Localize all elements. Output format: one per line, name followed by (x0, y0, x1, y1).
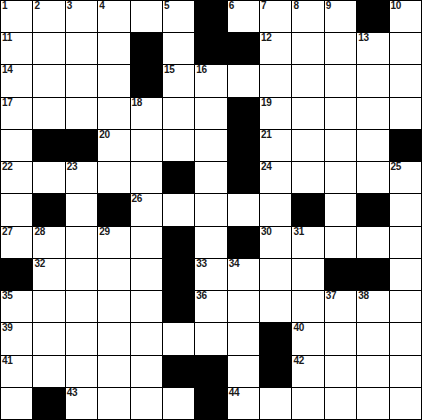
cell-r3c3[interactable] (66, 65, 97, 96)
cell-r12c5[interactable] (131, 356, 162, 387)
cell-r7c3[interactable] (66, 194, 97, 225)
cell-r6c11[interactable] (325, 162, 356, 193)
cell-r11c13[interactable] (390, 323, 421, 354)
clue-number-27: 27 (2, 226, 13, 238)
cell-r10c2[interactable] (33, 291, 64, 322)
cell-r6c1[interactable]: 22 (1, 162, 32, 193)
black-cell-r2c7 (195, 33, 226, 64)
cell-r6c9[interactable]: 24 (260, 162, 291, 193)
cell-r4c5[interactable]: 18 (131, 98, 162, 129)
black-cell-r5c13 (390, 130, 421, 161)
cell-r12c4[interactable] (98, 356, 129, 387)
cell-r2c3[interactable] (66, 33, 97, 64)
cell-r5c10[interactable] (292, 130, 323, 161)
cell-r9c10[interactable] (292, 259, 323, 290)
black-cell-r7c12 (357, 194, 388, 225)
black-cell-r8c8 (228, 227, 259, 258)
cell-r1c6[interactable]: 5 (163, 1, 194, 32)
cell-r8c3[interactable] (66, 227, 97, 258)
clue-number-41: 41 (2, 355, 13, 367)
cell-r11c3[interactable] (66, 323, 97, 354)
cell-r1c4[interactable]: 4 (98, 1, 129, 32)
cell-r1c5[interactable] (131, 1, 162, 32)
black-cell-r9c12 (357, 259, 388, 290)
cell-r5c11[interactable] (325, 130, 356, 161)
cell-r8c7[interactable] (195, 227, 226, 258)
black-cell-r2c5 (131, 33, 162, 64)
cell-r10c13[interactable] (390, 291, 421, 322)
clue-number-37: 37 (326, 290, 337, 302)
cell-r12c3[interactable] (66, 356, 97, 387)
cell-r11c1[interactable]: 39 (1, 323, 32, 354)
clue-number-23: 23 (67, 161, 78, 173)
black-cell-r12c6 (163, 356, 194, 387)
cell-r2c4[interactable] (98, 33, 129, 64)
clue-number-7: 7 (261, 0, 266, 12)
cell-r13c11[interactable] (325, 388, 356, 419)
cell-r11c2[interactable] (33, 323, 64, 354)
cell-r11c10[interactable]: 40 (292, 323, 323, 354)
cell-r12c8[interactable] (228, 356, 259, 387)
clue-number-39: 39 (2, 322, 13, 334)
clue-number-44: 44 (229, 387, 240, 399)
cell-r2c11[interactable] (325, 33, 356, 64)
cell-r13c10[interactable] (292, 388, 323, 419)
crossword-grid: 1234567891011121314151617181920212223242… (0, 0, 422, 420)
clue-number-40: 40 (293, 322, 304, 334)
black-cell-r11c9 (260, 323, 291, 354)
black-cell-r6c6 (163, 162, 194, 193)
cell-r2c2[interactable] (33, 33, 64, 64)
black-cell-r13c2 (33, 388, 64, 419)
black-cell-r1c7 (195, 1, 226, 32)
clue-number-16: 16 (196, 64, 207, 76)
black-cell-r8c6 (163, 227, 194, 258)
clue-number-21: 21 (261, 129, 272, 141)
cell-r11c5[interactable] (131, 323, 162, 354)
cell-r1c10[interactable]: 8 (292, 1, 323, 32)
clue-number-14: 14 (2, 64, 13, 76)
cell-r3c4[interactable] (98, 65, 129, 96)
clue-number-29: 29 (99, 226, 110, 238)
cell-r8c13[interactable] (390, 227, 421, 258)
clue-number-31: 31 (293, 226, 304, 238)
cell-r6c5[interactable] (131, 162, 162, 193)
black-cell-r5c2 (33, 130, 64, 161)
cell-r1c9[interactable]: 7 (260, 1, 291, 32)
cell-r7c8[interactable] (228, 194, 259, 225)
cell-r11c12[interactable] (357, 323, 388, 354)
cell-r4c1[interactable]: 17 (1, 98, 32, 129)
cell-r3c2[interactable] (33, 65, 64, 96)
black-cell-r7c4 (98, 194, 129, 225)
cell-r13c1[interactable] (1, 388, 32, 419)
cell-r2c9[interactable]: 12 (260, 33, 291, 64)
cell-r7c9[interactable] (260, 194, 291, 225)
cell-r8c1[interactable]: 27 (1, 227, 32, 258)
cell-r8c4[interactable]: 29 (98, 227, 129, 258)
clue-number-33: 33 (196, 258, 207, 270)
cell-r4c11[interactable] (325, 98, 356, 129)
cell-r6c2[interactable] (33, 162, 64, 193)
cell-r10c8[interactable] (228, 291, 259, 322)
clue-number-43: 43 (67, 387, 78, 399)
cell-r5c12[interactable] (357, 130, 388, 161)
cell-r9c5[interactable] (131, 259, 162, 290)
cell-r4c2[interactable] (33, 98, 64, 129)
clue-number-19: 19 (261, 97, 272, 109)
black-cell-r2c8 (228, 33, 259, 64)
clue-number-8: 8 (293, 0, 298, 12)
black-cell-r4c8 (228, 98, 259, 129)
cell-r5c1[interactable] (1, 130, 32, 161)
cell-r3c12[interactable] (357, 65, 388, 96)
black-cell-r12c9 (260, 356, 291, 387)
black-cell-r7c10 (292, 194, 323, 225)
cell-r4c10[interactable] (292, 98, 323, 129)
cell-r11c7[interactable] (195, 323, 226, 354)
cell-r3c7[interactable]: 16 (195, 65, 226, 96)
cell-r10c3[interactable] (66, 291, 97, 322)
cell-r6c4[interactable] (98, 162, 129, 193)
cell-r4c3[interactable] (66, 98, 97, 129)
clue-number-30: 30 (261, 226, 272, 238)
cell-r7c5[interactable]: 26 (131, 194, 162, 225)
cell-r3c10[interactable] (292, 65, 323, 96)
black-cell-r5c8 (228, 130, 259, 161)
clue-number-25: 25 (391, 161, 402, 173)
cell-r3c8[interactable] (228, 65, 259, 96)
cell-r8c11[interactable] (325, 227, 356, 258)
clue-number-26: 26 (132, 193, 143, 205)
clue-number-13: 13 (358, 32, 369, 44)
cell-r13c6[interactable] (163, 388, 194, 419)
cell-r2c13[interactable] (390, 33, 421, 64)
cell-r13c13[interactable] (390, 388, 421, 419)
cell-r6c13[interactable]: 25 (390, 162, 421, 193)
cell-r3c11[interactable] (325, 65, 356, 96)
cell-r13c4[interactable] (98, 388, 129, 419)
clue-number-1: 1 (2, 0, 7, 12)
cell-r9c4[interactable] (98, 259, 129, 290)
black-cell-r9c6 (163, 259, 194, 290)
cell-r4c12[interactable] (357, 98, 388, 129)
cell-r4c9[interactable]: 19 (260, 98, 291, 129)
cell-r3c6[interactable]: 15 (163, 65, 194, 96)
cell-r10c7[interactable]: 36 (195, 291, 226, 322)
clue-number-22: 22 (2, 161, 13, 173)
cell-r1c13[interactable]: 10 (390, 1, 421, 32)
black-cell-r3c5 (131, 65, 162, 96)
cell-r2c1[interactable]: 11 (1, 33, 32, 64)
cell-r12c1[interactable]: 41 (1, 356, 32, 387)
cell-r13c3[interactable]: 43 (66, 388, 97, 419)
black-cell-r9c1 (1, 259, 32, 290)
cell-r7c1[interactable] (1, 194, 32, 225)
clue-number-9: 9 (326, 0, 331, 12)
clue-number-17: 17 (2, 97, 13, 109)
cell-r5c7[interactable] (195, 130, 226, 161)
cell-r3c13[interactable] (390, 65, 421, 96)
cell-r10c10[interactable] (292, 291, 323, 322)
cell-r8c10[interactable]: 31 (292, 227, 323, 258)
cell-r9c9[interactable] (260, 259, 291, 290)
cell-r12c10[interactable]: 42 (292, 356, 323, 387)
cell-r6c10[interactable] (292, 162, 323, 193)
cell-r8c9[interactable]: 30 (260, 227, 291, 258)
cell-r6c7[interactable] (195, 162, 226, 193)
clue-number-10: 10 (391, 0, 402, 12)
cell-r1c11[interactable]: 9 (325, 1, 356, 32)
cell-r6c3[interactable]: 23 (66, 162, 97, 193)
cell-r11c4[interactable] (98, 323, 129, 354)
clue-number-11: 11 (2, 32, 12, 44)
cell-r11c11[interactable] (325, 323, 356, 354)
clue-number-6: 6 (229, 0, 234, 12)
cell-r13c8[interactable]: 44 (228, 388, 259, 419)
clue-number-18: 18 (132, 97, 143, 109)
black-cell-r6c8 (228, 162, 259, 193)
cell-r4c7[interactable] (195, 98, 226, 129)
black-cell-r5c3 (66, 130, 97, 161)
cell-r10c9[interactable] (260, 291, 291, 322)
cell-r7c7[interactable] (195, 194, 226, 225)
cell-r4c6[interactable] (163, 98, 194, 129)
cell-r9c7[interactable]: 33 (195, 259, 226, 290)
cell-r9c8[interactable]: 34 (228, 259, 259, 290)
cell-r3c9[interactable] (260, 65, 291, 96)
clue-number-36: 36 (196, 290, 207, 302)
cell-r6c12[interactable] (357, 162, 388, 193)
clue-number-38: 38 (358, 290, 369, 302)
cell-r8c5[interactable] (131, 227, 162, 258)
cell-r7c6[interactable] (163, 194, 194, 225)
cell-r1c1[interactable]: 1 (1, 1, 32, 32)
cell-r13c5[interactable] (131, 388, 162, 419)
cell-r10c5[interactable] (131, 291, 162, 322)
clue-number-3: 3 (67, 0, 72, 12)
black-cell-r9c11 (325, 259, 356, 290)
clue-number-15: 15 (164, 64, 175, 76)
cell-r7c11[interactable] (325, 194, 356, 225)
cell-r10c12[interactable]: 38 (357, 291, 388, 322)
cell-r3c1[interactable]: 14 (1, 65, 32, 96)
black-cell-r13c7 (195, 388, 226, 419)
cell-r1c8[interactable]: 6 (228, 1, 259, 32)
cell-r10c4[interactable] (98, 291, 129, 322)
clue-number-4: 4 (99, 0, 104, 12)
clue-number-32: 32 (34, 258, 45, 270)
cell-r2c10[interactable] (292, 33, 323, 64)
cell-r12c11[interactable] (325, 356, 356, 387)
cell-r1c2[interactable]: 2 (33, 1, 64, 32)
cell-r5c4[interactable]: 20 (98, 130, 129, 161)
cell-r12c13[interactable] (390, 356, 421, 387)
cell-r12c2[interactable] (33, 356, 64, 387)
cell-r4c4[interactable] (98, 98, 129, 129)
clue-number-34: 34 (229, 258, 240, 270)
cell-r13c12[interactable] (357, 388, 388, 419)
cell-r5c9[interactable]: 21 (260, 130, 291, 161)
cell-r9c2[interactable]: 32 (33, 259, 64, 290)
black-cell-r1c12 (357, 1, 388, 32)
clue-number-35: 35 (2, 290, 13, 302)
clue-number-20: 20 (99, 129, 110, 141)
clue-number-12: 12 (261, 32, 272, 44)
cell-r5c6[interactable] (163, 130, 194, 161)
cell-r9c3[interactable] (66, 259, 97, 290)
cell-r10c11[interactable]: 37 (325, 291, 356, 322)
clue-number-28: 28 (34, 226, 45, 238)
cell-r2c6[interactable] (163, 33, 194, 64)
cell-r5c5[interactable] (131, 130, 162, 161)
cell-r11c6[interactable] (163, 323, 194, 354)
cell-r8c2[interactable]: 28 (33, 227, 64, 258)
cell-r9c13[interactable] (390, 259, 421, 290)
cell-r1c3[interactable]: 3 (66, 1, 97, 32)
clue-number-5: 5 (164, 0, 169, 12)
black-cell-r12c7 (195, 356, 226, 387)
cell-r2c12[interactable]: 13 (357, 33, 388, 64)
cell-r4c13[interactable] (390, 98, 421, 129)
cell-r8c12[interactable] (357, 227, 388, 258)
cell-r10c1[interactable]: 35 (1, 291, 32, 322)
cell-r13c9[interactable] (260, 388, 291, 419)
black-cell-r7c2 (33, 194, 64, 225)
cell-r12c12[interactable] (357, 356, 388, 387)
clue-number-2: 2 (34, 0, 39, 12)
black-cell-r10c6 (163, 291, 194, 322)
clue-number-42: 42 (293, 355, 304, 367)
cell-r11c8[interactable] (228, 323, 259, 354)
clue-number-24: 24 (261, 161, 272, 173)
cell-r7c13[interactable] (390, 194, 421, 225)
